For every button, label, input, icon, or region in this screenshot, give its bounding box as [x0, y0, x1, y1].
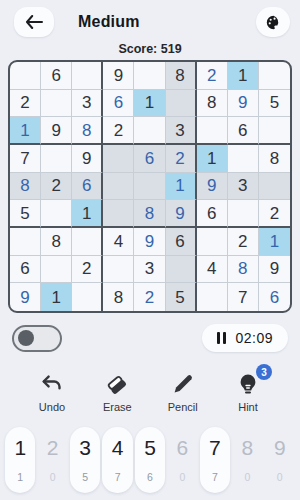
undo-button[interactable]: Undo — [30, 372, 74, 413]
numpad-3[interactable]: 35 — [70, 427, 100, 493]
cell-r2c8[interactable]: 9 — [228, 90, 259, 118]
cell-r1c7[interactable]: 2 — [197, 62, 228, 90]
user-digit: 8 — [238, 260, 247, 277]
cell-r6c4[interactable] — [103, 200, 134, 228]
cell-r6c9[interactable]: 2 — [259, 200, 290, 228]
numpad-7[interactable]: 77 — [200, 427, 230, 493]
given-digit: 1 — [238, 67, 247, 84]
given-digit: 8 — [114, 289, 123, 306]
cell-r3c9[interactable] — [259, 117, 290, 145]
given-digit: 9 — [114, 67, 123, 84]
numpad-9: 90 — [265, 427, 295, 493]
user-digit: 1 — [20, 122, 29, 139]
controls-row: 02:09 — [12, 324, 288, 352]
cell-r8c9[interactable]: 9 — [259, 256, 290, 284]
cell-r5c1[interactable]: 8 — [10, 173, 41, 201]
cell-r9c5[interactable]: 2 — [134, 283, 165, 311]
user-digit: 9 — [145, 233, 154, 250]
cell-r5c2[interactable]: 2 — [41, 173, 72, 201]
numpad-digit: 5 — [144, 436, 156, 460]
cell-r6c6[interactable]: 9 — [166, 200, 197, 228]
numpad-digit: 2 — [47, 436, 59, 460]
undo-label: Undo — [39, 401, 65, 413]
given-digit: 3 — [238, 177, 247, 194]
numpad-remaining-count: 7 — [115, 471, 121, 483]
pencil-label: Pencil — [168, 401, 198, 413]
cell-r8c5[interactable]: 3 — [134, 256, 165, 284]
cell-r4c3[interactable]: 9 — [72, 145, 103, 173]
numpad-1[interactable]: 11 — [5, 427, 35, 493]
cell-r3c1[interactable]: 1 — [10, 117, 41, 145]
sudoku-board: 6982123618951982367962188261935189628496… — [8, 60, 292, 313]
cell-r7c1[interactable] — [10, 228, 41, 256]
undo-icon — [40, 372, 64, 396]
given-digit: 6 — [20, 260, 29, 277]
user-digit: 6 — [82, 177, 91, 194]
theme-button[interactable] — [256, 7, 290, 37]
cell-r2c1[interactable]: 2 — [10, 90, 41, 118]
user-digit: 9 — [207, 177, 216, 194]
given-digit: 9 — [82, 150, 91, 167]
numpad-digit: 4 — [112, 436, 124, 460]
given-digit: 5 — [175, 289, 184, 306]
cell-r8c1[interactable]: 6 — [10, 256, 41, 284]
given-digit: 5 — [270, 94, 279, 111]
user-digit: 8 — [20, 177, 29, 194]
cell-r5c7[interactable]: 9 — [197, 173, 228, 201]
numpad-8: 80 — [232, 427, 262, 493]
given-digit: 8 — [270, 150, 279, 167]
cell-r1c5[interactable] — [134, 62, 165, 90]
numpad-digit: 6 — [177, 436, 189, 460]
number-pad: 112035475660778090 — [5, 427, 295, 493]
cell-r5c6[interactable]: 1 — [166, 173, 197, 201]
pause-icon — [217, 332, 226, 344]
top-bar: Medium — [14, 6, 290, 38]
cell-r3c2[interactable]: 9 — [41, 117, 72, 145]
numpad-6: 60 — [167, 427, 197, 493]
given-digit: 2 — [51, 177, 60, 194]
cell-r2c3[interactable]: 3 — [72, 90, 103, 118]
cell-r7c5[interactable]: 9 — [134, 228, 165, 256]
fast-pencil-toggle[interactable] — [12, 325, 62, 352]
user-digit: 1 — [270, 233, 279, 250]
cell-r5c3[interactable]: 6 — [72, 173, 103, 201]
user-digit: 8 — [82, 122, 91, 139]
given-digit: 8 — [51, 233, 60, 250]
cell-r3c6[interactable]: 3 — [166, 117, 197, 145]
toolbar: Undo Erase Pencil 3 Hint — [30, 372, 270, 413]
numpad-4[interactable]: 47 — [102, 427, 132, 493]
cell-r3c3[interactable]: 8 — [72, 117, 103, 145]
given-digit: 6 — [51, 67, 60, 84]
given-digit: 2 — [238, 233, 247, 250]
cell-r7c4[interactable]: 4 — [103, 228, 134, 256]
given-digit: 1 — [82, 205, 91, 222]
numpad-remaining-count: 6 — [147, 471, 153, 483]
timer-pill[interactable]: 02:09 — [202, 324, 288, 352]
cell-r7c8[interactable]: 2 — [228, 228, 259, 256]
user-digit: 2 — [175, 150, 184, 167]
cell-r9c4[interactable]: 8 — [103, 283, 134, 311]
cell-r7c6[interactable]: 6 — [166, 228, 197, 256]
numpad-remaining-count: 7 — [212, 471, 218, 483]
numpad-remaining-count: 0 — [50, 471, 56, 483]
given-digit: 7 — [238, 289, 247, 306]
cell-r6c3[interactable]: 1 — [72, 200, 103, 228]
cell-r2c2[interactable] — [41, 90, 72, 118]
given-digit: 3 — [82, 94, 91, 111]
cell-r8c8[interactable]: 8 — [228, 256, 259, 284]
cell-r3c8[interactable]: 6 — [228, 117, 259, 145]
user-digit: 9 — [20, 289, 29, 306]
pencil-button[interactable]: Pencil — [161, 372, 205, 413]
user-digit: 9 — [238, 94, 247, 111]
erase-button[interactable]: Erase — [95, 372, 139, 413]
page-title: Medium — [78, 13, 140, 31]
cell-r6c1[interactable]: 5 — [10, 200, 41, 228]
cell-r4c9[interactable]: 8 — [259, 145, 290, 173]
given-digit: 1 — [51, 289, 60, 306]
user-digit: 9 — [175, 205, 184, 222]
palette-icon — [265, 14, 282, 31]
cell-r6c2[interactable] — [41, 200, 72, 228]
cell-r3c5[interactable] — [134, 117, 165, 145]
cell-r4c6[interactable]: 2 — [166, 145, 197, 173]
user-digit: 8 — [145, 205, 154, 222]
cell-r8c2[interactable] — [41, 256, 72, 284]
cell-r7c2[interactable]: 8 — [41, 228, 72, 256]
cell-r6c5[interactable]: 8 — [134, 200, 165, 228]
given-digit: 6 — [238, 122, 247, 139]
cell-r7c9[interactable]: 1 — [259, 228, 290, 256]
numpad-2: 20 — [37, 427, 67, 493]
cell-r9c7[interactable] — [197, 283, 228, 311]
cell-r9c8[interactable]: 7 — [228, 283, 259, 311]
score-label: Score: 519 — [0, 42, 300, 56]
given-digit: 3 — [175, 122, 184, 139]
cell-r1c1[interactable] — [10, 62, 41, 90]
cell-r2c7[interactable]: 8 — [197, 90, 228, 118]
given-digit: 2 — [114, 122, 123, 139]
given-digit: 1 — [145, 94, 154, 111]
hint-button[interactable]: 3 Hint — [226, 372, 270, 413]
numpad-remaining-count: 1 — [17, 471, 23, 483]
given-digit: 8 — [175, 67, 184, 84]
numpad-remaining-count: 0 — [277, 471, 283, 483]
cell-r4c8[interactable] — [228, 145, 259, 173]
toggle-knob — [18, 330, 34, 346]
cell-r9c2[interactable]: 1 — [41, 283, 72, 311]
pencil-icon — [171, 372, 195, 396]
numpad-digit: 8 — [241, 436, 253, 460]
cell-r6c8[interactable] — [228, 200, 259, 228]
numpad-digit: 1 — [14, 436, 26, 460]
cell-r3c4[interactable]: 2 — [103, 117, 134, 145]
given-digit: 8 — [207, 94, 216, 111]
cell-r5c8[interactable]: 3 — [228, 173, 259, 201]
given-digit: 9 — [51, 122, 60, 139]
cell-r1c4[interactable]: 9 — [103, 62, 134, 90]
eraser-icon — [105, 372, 129, 396]
given-digit: 6 — [207, 205, 216, 222]
numpad-remaining-count: 5 — [82, 471, 88, 483]
cell-r8c6[interactable] — [166, 256, 197, 284]
cell-r9c6[interactable]: 5 — [166, 283, 197, 311]
numpad-digit: 7 — [209, 436, 221, 460]
cell-r8c7[interactable]: 4 — [197, 256, 228, 284]
cell-r5c9[interactable] — [259, 173, 290, 201]
given-digit: 2 — [270, 205, 279, 222]
back-arrow-icon — [25, 15, 43, 29]
cell-r5c4[interactable] — [103, 173, 134, 201]
given-digit: 1 — [207, 150, 216, 167]
hint-badge: 3 — [256, 364, 272, 380]
given-digit: 6 — [175, 233, 184, 250]
cell-r2c9[interactable]: 5 — [259, 90, 290, 118]
user-digit: 2 — [145, 289, 154, 306]
cell-r4c2[interactable] — [41, 145, 72, 173]
erase-label: Erase — [103, 401, 132, 413]
numpad-digit: 9 — [274, 436, 286, 460]
given-digit: 4 — [114, 233, 123, 250]
cell-r1c3[interactable] — [72, 62, 103, 90]
cell-r9c1[interactable]: 9 — [10, 283, 41, 311]
cell-r4c7[interactable]: 1 — [197, 145, 228, 173]
cell-r2c5[interactable]: 1 — [134, 90, 165, 118]
given-digit: 2 — [82, 260, 91, 277]
numpad-5[interactable]: 56 — [135, 427, 165, 493]
given-digit: 3 — [145, 260, 154, 277]
user-digit: 1 — [175, 177, 184, 194]
cell-r2c4[interactable]: 6 — [103, 90, 134, 118]
cell-r4c5[interactable]: 6 — [134, 145, 165, 173]
timer-value: 02:09 — [235, 330, 273, 346]
cell-r1c2[interactable]: 6 — [41, 62, 72, 90]
numpad-remaining-count: 0 — [180, 471, 186, 483]
cell-r9c9[interactable]: 6 — [259, 283, 290, 311]
numpad-digit: 3 — [79, 436, 91, 460]
given-digit: 7 — [20, 150, 29, 167]
cell-r1c9[interactable] — [259, 62, 290, 90]
cell-r5c5[interactable] — [134, 173, 165, 201]
cell-r7c7[interactable] — [197, 228, 228, 256]
user-digit: 6 — [270, 289, 279, 306]
cell-r2c6[interactable] — [166, 90, 197, 118]
cell-r4c4[interactable] — [103, 145, 134, 173]
cell-r9c3[interactable] — [72, 283, 103, 311]
cell-r8c3[interactable]: 2 — [72, 256, 103, 284]
numpad-remaining-count: 0 — [244, 471, 250, 483]
user-digit: 6 — [145, 150, 154, 167]
given-digit: 5 — [20, 205, 29, 222]
hint-label: Hint — [238, 401, 258, 413]
cell-r8c4[interactable] — [103, 256, 134, 284]
cell-r1c6[interactable]: 8 — [166, 62, 197, 90]
given-digit: 9 — [270, 260, 279, 277]
cell-r1c8[interactable]: 1 — [228, 62, 259, 90]
cell-r4c1[interactable]: 7 — [10, 145, 41, 173]
back-button[interactable] — [14, 7, 54, 37]
cell-r3c7[interactable] — [197, 117, 228, 145]
cell-r7c3[interactable] — [72, 228, 103, 256]
user-digit: 6 — [114, 94, 123, 111]
given-digit: 2 — [20, 94, 29, 111]
user-digit: 2 — [207, 67, 216, 84]
cell-r6c7[interactable]: 6 — [197, 200, 228, 228]
given-digit: 4 — [207, 260, 216, 277]
